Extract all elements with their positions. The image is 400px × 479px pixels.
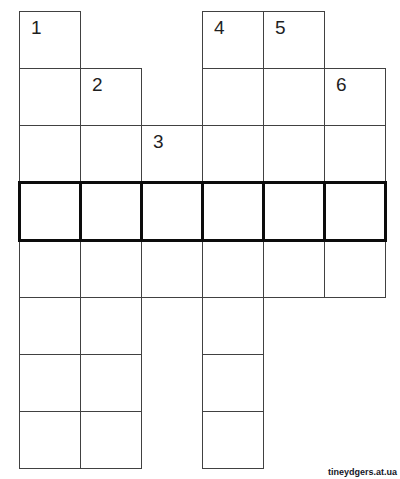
cell-r2c6[interactable]: 6 <box>324 68 386 126</box>
cell-r8c1[interactable] <box>19 411 81 469</box>
clue-number: 2 <box>81 69 141 94</box>
cell-r3c5[interactable] <box>263 125 325 183</box>
cell-r8c2[interactable] <box>80 411 142 469</box>
cell-r2c1[interactable] <box>19 68 81 126</box>
clue-number: 5 <box>264 12 324 37</box>
watermark: tineydgers.at.ua <box>328 467 397 477</box>
cell-r4c2[interactable] <box>79 181 143 242</box>
cell-r2c2[interactable]: 2 <box>80 68 142 126</box>
cell-r5c5[interactable] <box>263 240 325 298</box>
cell-r6c1[interactable] <box>19 297 81 355</box>
clue-number: 6 <box>325 69 385 94</box>
cell-r1c4[interactable]: 4 <box>202 11 264 69</box>
cell-r5c3[interactable] <box>141 240 203 298</box>
cell-r4c1[interactable] <box>18 181 82 242</box>
cell-r7c1[interactable] <box>19 354 81 412</box>
crossword-board: 145263 <box>0 0 400 479</box>
crossword-page: 145263 tineydgers.at.ua <box>0 0 400 479</box>
cell-r4c5[interactable] <box>262 181 326 242</box>
cell-r3c1[interactable] <box>19 125 81 183</box>
cell-r7c4[interactable] <box>202 354 264 412</box>
cell-r4c3[interactable] <box>140 181 204 242</box>
cell-r3c6[interactable] <box>324 125 386 183</box>
cell-r5c1[interactable] <box>19 240 81 298</box>
cell-r2c5[interactable] <box>263 68 325 126</box>
cell-r2c4[interactable] <box>202 68 264 126</box>
cell-r3c2[interactable] <box>80 125 142 183</box>
cell-r3c3[interactable]: 3 <box>141 125 203 183</box>
clue-number: 3 <box>142 126 202 151</box>
cell-r8c4[interactable] <box>202 411 264 469</box>
cell-r4c6[interactable] <box>323 181 387 242</box>
cell-r4c4[interactable] <box>201 181 265 242</box>
cell-r5c2[interactable] <box>80 240 142 298</box>
cell-r7c2[interactable] <box>80 354 142 412</box>
cell-r6c4[interactable] <box>202 297 264 355</box>
cell-r3c4[interactable] <box>202 125 264 183</box>
cell-r6c2[interactable] <box>80 297 142 355</box>
clue-number: 4 <box>203 12 263 37</box>
clue-number: 1 <box>20 12 80 37</box>
cell-r1c5[interactable]: 5 <box>263 11 325 69</box>
cell-r5c6[interactable] <box>324 240 386 298</box>
cell-r5c4[interactable] <box>202 240 264 298</box>
cell-r1c1[interactable]: 1 <box>19 11 81 69</box>
